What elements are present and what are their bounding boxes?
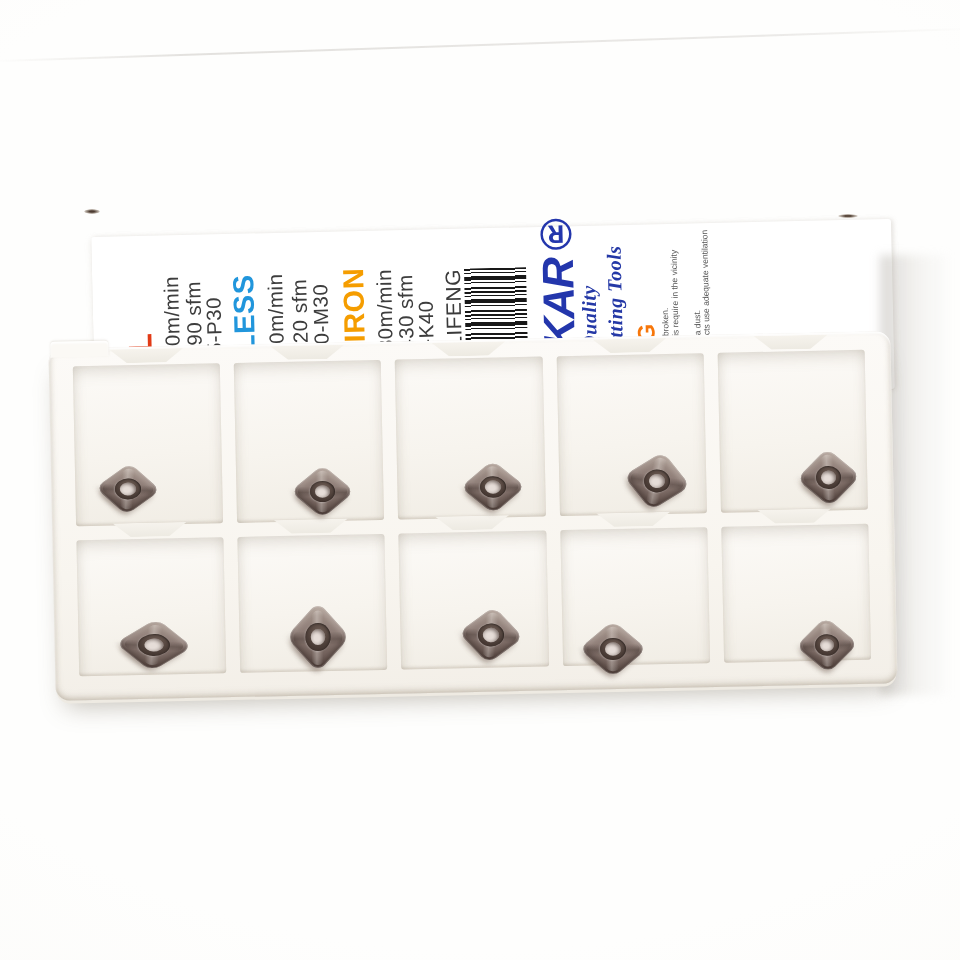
warning-text-line: is require in the vicinity [667, 136, 680, 336]
tray-compartment [73, 363, 224, 526]
warning-letter: G [629, 142, 659, 343]
tagline-quality: Quality [575, 150, 601, 350]
product-photo: EL -180m/min 0-590 sfm P15-P30 NLESS -16… [0, 0, 960, 960]
material-label-cast-iron: T IRON [336, 169, 371, 370]
barcode [464, 267, 528, 346]
supplier-text: yLIFENG [439, 159, 466, 359]
backdrop-seam-line [0, 28, 960, 62]
spec-cast-iron-grade: 20-K40 [412, 169, 438, 369]
tagline-cutting-tools: utting Tools [601, 149, 627, 349]
debris-speck [84, 209, 100, 214]
warning-text-line: cts use adequate ventilation [698, 135, 711, 335]
debris-speck [838, 214, 858, 218]
tray-corner-tab [50, 341, 108, 358]
